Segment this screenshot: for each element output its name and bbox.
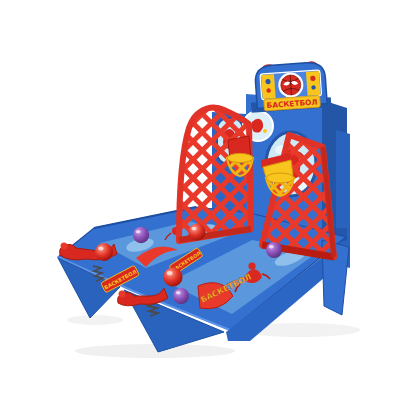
- left-catapult-knob: [61, 243, 68, 250]
- ball-highlight: [191, 227, 196, 231]
- red-ball: [163, 267, 182, 286]
- toy-scene: БАСКЕТБОЛ БАСКЕТБОЛ: [0, 0, 400, 400]
- left-hoop-rim: [227, 154, 253, 163]
- ball-highlight: [98, 246, 103, 250]
- ball-highlight: [167, 271, 173, 275]
- ball-highlight: [136, 230, 141, 234]
- center-catapult-knob: [119, 291, 126, 298]
- product-photo: БАСКЕТБОЛ БАСКЕТБОЛ: [0, 0, 400, 400]
- purple-ball: [266, 242, 282, 258]
- sign-panel-left: [261, 74, 276, 99]
- left-hoop: [227, 136, 253, 176]
- red-ball: [95, 243, 113, 261]
- sign-panel-right: [306, 71, 321, 96]
- sign: БАСКЕТБОЛ: [248, 60, 331, 113]
- purple-ball: [133, 227, 149, 243]
- purple-ball: [173, 288, 189, 304]
- red-ball: [188, 223, 205, 240]
- right-hoop-rim: [266, 173, 294, 183]
- ball-highlight: [176, 291, 181, 295]
- ball-highlight: [269, 245, 274, 249]
